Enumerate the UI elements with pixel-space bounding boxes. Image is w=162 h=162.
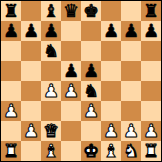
square-d1[interactable] [61, 141, 81, 161]
white-bishop[interactable]: ♝ [43, 141, 59, 161]
square-e4[interactable]: ♞ [81, 81, 101, 101]
square-g7[interactable]: ♟ [121, 21, 141, 41]
square-a6[interactable] [1, 41, 21, 61]
black-pawn[interactable]: ♟ [83, 61, 99, 81]
square-h5[interactable] [141, 61, 161, 81]
black-rook[interactable]: ♜ [143, 1, 159, 21]
square-c7[interactable]: ♟ [41, 21, 61, 41]
square-a5[interactable] [1, 61, 21, 81]
square-e6[interactable] [81, 41, 101, 61]
square-b3[interactable] [21, 101, 41, 121]
square-e7[interactable] [81, 21, 101, 41]
square-f4[interactable] [101, 81, 121, 101]
square-b4[interactable] [21, 81, 41, 101]
white-rook[interactable]: ♜ [143, 141, 159, 161]
square-b1[interactable] [21, 141, 41, 161]
square-d8[interactable]: ♛ [61, 1, 81, 21]
square-g6[interactable] [121, 41, 141, 61]
black-pawn[interactable]: ♟ [63, 61, 79, 81]
square-e2[interactable] [81, 121, 101, 141]
square-d5[interactable]: ♟ [61, 61, 81, 81]
square-a1[interactable]: ♜ [1, 141, 21, 161]
white-pawn[interactable]: ♟ [123, 121, 139, 141]
square-f1[interactable]: ♝ [101, 141, 121, 161]
square-d3[interactable] [61, 101, 81, 121]
square-h7[interactable]: ♟ [141, 21, 161, 41]
square-b5[interactable] [21, 61, 41, 81]
square-c4[interactable]: ♟ [41, 81, 61, 101]
white-pawn[interactable]: ♟ [23, 121, 39, 141]
white-rook[interactable]: ♜ [3, 141, 19, 161]
black-pawn[interactable]: ♟ [103, 21, 119, 41]
square-h8[interactable]: ♜ [141, 1, 161, 21]
square-b6[interactable] [21, 41, 41, 61]
square-e3[interactable]: ♟ [81, 101, 101, 121]
white-pawn[interactable]: ♟ [103, 121, 119, 141]
black-pawn[interactable]: ♟ [23, 21, 39, 41]
square-a8[interactable]: ♜ [1, 1, 21, 21]
white-pawn[interactable]: ♟ [43, 81, 59, 101]
black-pawn[interactable]: ♟ [43, 21, 59, 41]
black-knight[interactable]: ♞ [43, 41, 59, 61]
chess-board[interactable]: ♜♝♛♚♜♟♟♟♟♟♟♞♟♟♟♟♞♟♟♟♛♟♟♟♜♝♚♝♞♜ [1, 1, 161, 161]
black-pawn[interactable]: ♟ [123, 21, 139, 41]
square-f8[interactable] [101, 1, 121, 21]
square-d4[interactable]: ♟ [61, 81, 81, 101]
square-g2[interactable]: ♟ [121, 121, 141, 141]
square-h3[interactable] [141, 101, 161, 121]
square-a3[interactable]: ♟ [1, 101, 21, 121]
square-c2[interactable]: ♛ [41, 121, 61, 141]
square-a7[interactable]: ♟ [1, 21, 21, 41]
white-knight[interactable]: ♞ [123, 141, 139, 161]
black-bishop[interactable]: ♝ [43, 1, 59, 21]
square-f7[interactable]: ♟ [101, 21, 121, 41]
square-a4[interactable] [1, 81, 21, 101]
black-king[interactable]: ♚ [83, 1, 99, 21]
square-f2[interactable]: ♟ [101, 121, 121, 141]
square-h4[interactable] [141, 81, 161, 101]
black-queen[interactable]: ♛ [63, 1, 79, 21]
white-queen[interactable]: ♛ [43, 121, 59, 141]
white-bishop[interactable]: ♝ [103, 141, 119, 161]
square-d7[interactable] [61, 21, 81, 41]
black-rook[interactable]: ♜ [3, 1, 19, 21]
black-pawn[interactable]: ♟ [143, 21, 159, 41]
white-pawn[interactable]: ♟ [143, 121, 159, 141]
square-a2[interactable] [1, 121, 21, 141]
square-f3[interactable] [101, 101, 121, 121]
black-pawn[interactable]: ♟ [3, 21, 19, 41]
square-f5[interactable] [101, 61, 121, 81]
square-g4[interactable] [121, 81, 141, 101]
chess-board-frame: ♜♝♛♚♜♟♟♟♟♟♟♞♟♟♟♟♞♟♟♟♛♟♟♟♜♝♚♝♞♜ [0, 0, 162, 162]
white-pawn[interactable]: ♟ [83, 101, 99, 121]
square-c6[interactable]: ♞ [41, 41, 61, 61]
square-b8[interactable] [21, 1, 41, 21]
square-h2[interactable]: ♟ [141, 121, 161, 141]
square-b7[interactable]: ♟ [21, 21, 41, 41]
square-f6[interactable] [101, 41, 121, 61]
white-pawn[interactable]: ♟ [3, 101, 19, 121]
square-b2[interactable]: ♟ [21, 121, 41, 141]
square-d2[interactable] [61, 121, 81, 141]
square-d6[interactable] [61, 41, 81, 61]
square-c3[interactable] [41, 101, 61, 121]
square-c8[interactable]: ♝ [41, 1, 61, 21]
square-e5[interactable]: ♟ [81, 61, 101, 81]
white-king[interactable]: ♚ [83, 141, 99, 161]
square-h6[interactable] [141, 41, 161, 61]
square-e1[interactable]: ♚ [81, 141, 101, 161]
white-pawn[interactable]: ♟ [63, 81, 79, 101]
square-g5[interactable] [121, 61, 141, 81]
square-g8[interactable] [121, 1, 141, 21]
square-e8[interactable]: ♚ [81, 1, 101, 21]
square-h1[interactable]: ♜ [141, 141, 161, 161]
square-g3[interactable] [121, 101, 141, 121]
square-g1[interactable]: ♞ [121, 141, 141, 161]
black-knight[interactable]: ♞ [83, 81, 99, 101]
square-c1[interactable]: ♝ [41, 141, 61, 161]
square-c5[interactable] [41, 61, 61, 81]
